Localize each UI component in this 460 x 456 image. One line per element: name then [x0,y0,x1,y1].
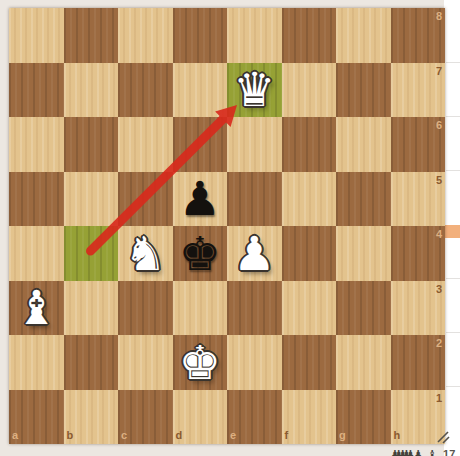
rank-label-6: 6 [436,120,442,131]
captured-pieces-tray: ♟♟♟♟♟ ♟ ♝ 17 [390,449,455,456]
square-g1[interactable]: g [336,390,391,445]
square-c2[interactable] [118,335,173,390]
rank-label-2: 2 [436,338,442,349]
square-f2[interactable] [282,335,337,390]
panel-row-divider [446,116,460,117]
material-score: 17 [441,449,455,456]
file-label-d: d [176,430,183,441]
file-label-c: c [121,430,127,441]
file-label-h: h [394,430,401,441]
panel-row-divider [446,386,460,387]
square-g3[interactable] [336,281,391,336]
square-b1[interactable]: b [64,390,119,445]
square-f1[interactable]: f [282,390,337,445]
black-pawn[interactable]: ♟ [179,175,221,222]
panel-row-divider [446,62,460,63]
square-f4[interactable] [282,226,337,281]
square-e5[interactable] [227,172,282,227]
square-b3[interactable] [64,281,119,336]
square-g6[interactable] [336,117,391,172]
active-move-highlight[interactable] [444,225,460,238]
square-f7[interactable] [282,63,337,118]
square-d4[interactable]: ♚ [173,226,228,281]
square-d6[interactable] [173,117,228,172]
square-g2[interactable] [336,335,391,390]
square-g4[interactable] [336,226,391,281]
white-pawn[interactable]: ♟ [233,230,275,277]
square-b2[interactable] [64,335,119,390]
square-a1[interactable]: a [9,390,64,445]
square-a7[interactable] [9,63,64,118]
chess-board[interactable]: 8♛76♟5♞♚♟4♝3♚2abcdefg1h [9,8,445,444]
square-a4[interactable] [9,226,64,281]
rank-label-1: 1 [436,393,442,404]
square-f5[interactable] [282,172,337,227]
square-b6[interactable] [64,117,119,172]
square-h8[interactable]: 8 [391,8,446,63]
square-b7[interactable] [64,63,119,118]
file-label-a: a [12,430,18,441]
square-f3[interactable] [282,281,337,336]
square-a2[interactable] [9,335,64,390]
panel-row-divider [446,278,460,279]
square-c8[interactable] [118,8,173,63]
square-b4[interactable] [64,226,119,281]
square-h5[interactable]: 5 [391,172,446,227]
square-b8[interactable] [64,8,119,63]
square-d8[interactable] [173,8,228,63]
rank-label-5: 5 [436,175,442,186]
square-h2[interactable]: 2 [391,335,446,390]
file-label-f: f [285,430,289,441]
square-e3[interactable] [227,281,282,336]
square-c5[interactable] [118,172,173,227]
square-e6[interactable] [227,117,282,172]
square-d3[interactable] [173,281,228,336]
rank-label-4: 4 [436,229,442,240]
square-d7[interactable] [173,63,228,118]
square-h4[interactable]: 4 [391,226,446,281]
square-e2[interactable] [227,335,282,390]
white-bishop[interactable]: ♝ [15,284,57,331]
square-f8[interactable] [282,8,337,63]
file-label-b: b [67,430,74,441]
square-e1[interactable]: e [227,390,282,445]
board-resize-handle[interactable] [434,428,452,446]
square-g8[interactable] [336,8,391,63]
side-panel-edge [444,0,460,456]
captured-pawns-cluster: ♟♟♟♟♟ [390,449,409,456]
square-g7[interactable] [336,63,391,118]
square-c1[interactable]: c [118,390,173,445]
white-queen[interactable]: ♛ [233,66,275,113]
rank-label-3: 3 [436,284,442,295]
file-label-e: e [230,430,236,441]
square-h7[interactable]: 7 [391,63,446,118]
square-a3[interactable]: ♝ [9,281,64,336]
square-f6[interactable] [282,117,337,172]
square-a6[interactable] [9,117,64,172]
white-king[interactable]: ♚ [179,339,221,386]
square-a5[interactable] [9,172,64,227]
square-d5[interactable]: ♟ [173,172,228,227]
square-d2[interactable]: ♚ [173,335,228,390]
square-e8[interactable] [227,8,282,63]
panel-row-divider [446,332,460,333]
square-e7[interactable]: ♛ [227,63,282,118]
square-c3[interactable] [118,281,173,336]
square-c6[interactable] [118,117,173,172]
captured-bishop-icon: ♝ [427,449,437,456]
square-h3[interactable]: 3 [391,281,446,336]
square-c4[interactable]: ♞ [118,226,173,281]
square-a8[interactable] [9,8,64,63]
rank-label-7: 7 [436,66,442,77]
captured-pawn-icon: ♟ [413,449,423,456]
file-label-g: g [339,430,346,441]
panel-row-divider [446,170,460,171]
black-king[interactable]: ♚ [179,230,221,277]
white-knight[interactable]: ♞ [124,230,166,277]
square-d1[interactable]: d [173,390,228,445]
rank-label-8: 8 [436,11,442,22]
square-b5[interactable] [64,172,119,227]
square-e4[interactable]: ♟ [227,226,282,281]
square-c7[interactable] [118,63,173,118]
square-g5[interactable] [336,172,391,227]
square-h6[interactable]: 6 [391,117,446,172]
